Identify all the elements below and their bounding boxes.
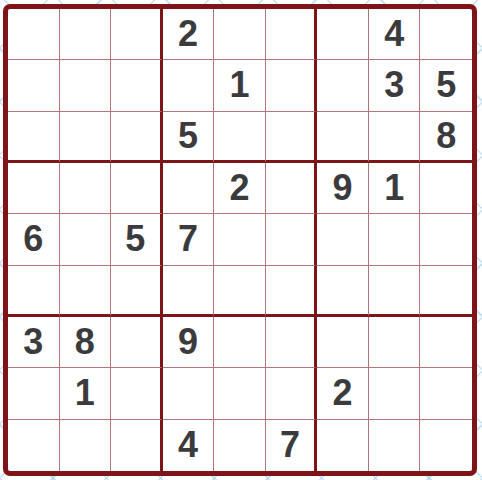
cell-r1c9[interactable]: [420, 9, 472, 60]
cell-r1c3[interactable]: [111, 9, 163, 60]
sudoku-board: 24135582916573891247: [3, 4, 477, 476]
cell-r4c5[interactable]: 2: [214, 163, 266, 214]
cell-r5c9[interactable]: [420, 214, 472, 265]
cell-r4c8[interactable]: 1: [369, 163, 421, 214]
cell-r3c6[interactable]: [266, 112, 318, 163]
cell-r3c3[interactable]: [111, 112, 163, 163]
cell-r5c8[interactable]: [369, 214, 421, 265]
cell-r9c2[interactable]: [60, 420, 112, 471]
cell-r9c5[interactable]: [214, 420, 266, 471]
cell-r2c1[interactable]: [8, 60, 60, 111]
cell-r5c1[interactable]: 6: [8, 214, 60, 265]
cell-r7c1[interactable]: 3: [8, 317, 60, 368]
cell-r2c7[interactable]: [317, 60, 369, 111]
cell-r8c4[interactable]: [163, 368, 215, 419]
cell-r2c4[interactable]: [163, 60, 215, 111]
cell-r6c9[interactable]: [420, 266, 472, 317]
cell-r9c9[interactable]: [420, 420, 472, 471]
cell-r6c2[interactable]: [60, 266, 112, 317]
cell-r4c7[interactable]: 9: [317, 163, 369, 214]
cell-r1c7[interactable]: [317, 9, 369, 60]
cell-r8c5[interactable]: [214, 368, 266, 419]
cell-r9c3[interactable]: [111, 420, 163, 471]
cell-r7c8[interactable]: [369, 317, 421, 368]
cell-r5c6[interactable]: [266, 214, 318, 265]
cell-r8c1[interactable]: [8, 368, 60, 419]
cell-r9c1[interactable]: [8, 420, 60, 471]
cell-r6c8[interactable]: [369, 266, 421, 317]
cell-r1c2[interactable]: [60, 9, 112, 60]
cell-r7c9[interactable]: [420, 317, 472, 368]
cell-r8c9[interactable]: [420, 368, 472, 419]
cell-r3c8[interactable]: [369, 112, 421, 163]
cell-r5c7[interactable]: [317, 214, 369, 265]
cell-r6c3[interactable]: [111, 266, 163, 317]
cell-r7c3[interactable]: [111, 317, 163, 368]
cell-r8c6[interactable]: [266, 368, 318, 419]
cell-r4c6[interactable]: [266, 163, 318, 214]
cell-r3c4[interactable]: 5: [163, 112, 215, 163]
cell-r5c5[interactable]: [214, 214, 266, 265]
cell-r7c4[interactable]: 9: [163, 317, 215, 368]
cell-r6c7[interactable]: [317, 266, 369, 317]
cell-r7c5[interactable]: [214, 317, 266, 368]
cell-r4c9[interactable]: [420, 163, 472, 214]
cell-r5c4[interactable]: 7: [163, 214, 215, 265]
cell-r1c5[interactable]: [214, 9, 266, 60]
cell-r4c4[interactable]: [163, 163, 215, 214]
cell-r3c9[interactable]: 8: [420, 112, 472, 163]
cell-r3c5[interactable]: [214, 112, 266, 163]
cell-r2c3[interactable]: [111, 60, 163, 111]
cell-r1c8[interactable]: 4: [369, 9, 421, 60]
cell-r1c4[interactable]: 2: [163, 9, 215, 60]
cell-r8c8[interactable]: [369, 368, 421, 419]
cell-r6c5[interactable]: [214, 266, 266, 317]
cell-r9c4[interactable]: 4: [163, 420, 215, 471]
cell-r2c9[interactable]: 5: [420, 60, 472, 111]
cell-r9c6[interactable]: 7: [266, 420, 318, 471]
cell-r8c3[interactable]: [111, 368, 163, 419]
cell-r8c7[interactable]: 2: [317, 368, 369, 419]
cell-r2c8[interactable]: 3: [369, 60, 421, 111]
cell-r9c8[interactable]: [369, 420, 421, 471]
cell-r9c7[interactable]: [317, 420, 369, 471]
cell-r5c2[interactable]: [60, 214, 112, 265]
cell-r7c2[interactable]: 8: [60, 317, 112, 368]
cell-r1c6[interactable]: [266, 9, 318, 60]
cell-r4c3[interactable]: [111, 163, 163, 214]
cell-r4c1[interactable]: [8, 163, 60, 214]
cell-r3c7[interactable]: [317, 112, 369, 163]
cell-r7c6[interactable]: [266, 317, 318, 368]
cell-r8c2[interactable]: 1: [60, 368, 112, 419]
cell-r2c2[interactable]: [60, 60, 112, 111]
cell-r7c7[interactable]: [317, 317, 369, 368]
cell-r6c1[interactable]: [8, 266, 60, 317]
cell-r3c1[interactable]: [8, 112, 60, 163]
cell-r6c6[interactable]: [266, 266, 318, 317]
cell-r3c2[interactable]: [60, 112, 112, 163]
cell-r2c5[interactable]: 1: [214, 60, 266, 111]
cell-r2c6[interactable]: [266, 60, 318, 111]
cell-r4c2[interactable]: [60, 163, 112, 214]
cell-r6c4[interactable]: [163, 266, 215, 317]
cell-r1c1[interactable]: [8, 9, 60, 60]
cell-r5c3[interactable]: 5: [111, 214, 163, 265]
